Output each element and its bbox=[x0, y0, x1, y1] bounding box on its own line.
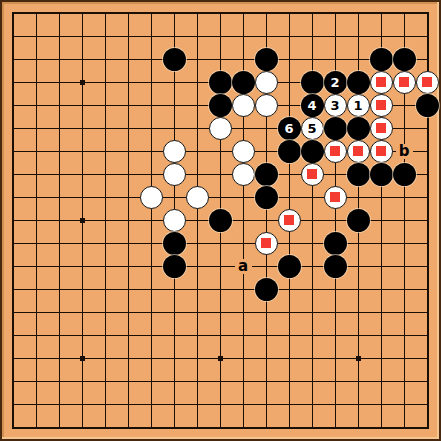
star-point bbox=[80, 218, 85, 223]
grid-horizontal-line bbox=[13, 266, 427, 267]
white-stone-c8r7 bbox=[163, 140, 186, 163]
marked-white-stone-c16r7 bbox=[347, 140, 370, 163]
black-stone-c8r12 bbox=[163, 255, 186, 278]
white-stone-c12r5 bbox=[255, 94, 278, 117]
star-point bbox=[80, 356, 85, 361]
move-2-stone-c15r4: 2 bbox=[324, 71, 347, 94]
black-stone-c18r3 bbox=[393, 48, 416, 71]
white-stone-c9r9 bbox=[186, 186, 209, 209]
black-stone-c19r5 bbox=[416, 94, 439, 117]
black-stone-c10r4 bbox=[209, 71, 232, 94]
white-stone-c11r5 bbox=[232, 94, 255, 117]
marked-white-stone-c17r4 bbox=[370, 71, 393, 94]
black-stone-c12r9 bbox=[255, 186, 278, 209]
go-board: 243165ab bbox=[0, 0, 441, 441]
star-point bbox=[356, 356, 361, 361]
red-square-mark bbox=[307, 169, 317, 179]
black-stone-c14r4 bbox=[301, 71, 324, 94]
black-stone-c15r11 bbox=[324, 232, 347, 255]
black-stone-c10r10 bbox=[209, 209, 232, 232]
red-square-mark bbox=[284, 215, 294, 225]
marked-white-stone-c15r7 bbox=[324, 140, 347, 163]
black-stone-c13r12 bbox=[278, 255, 301, 278]
black-stone-c15r12 bbox=[324, 255, 347, 278]
white-stone-c10r6 bbox=[209, 117, 232, 140]
black-stone-c10r5 bbox=[209, 94, 232, 117]
black-stone-c14r7 bbox=[301, 140, 324, 163]
star-point bbox=[218, 356, 223, 361]
red-square-mark bbox=[330, 146, 340, 156]
red-square-mark bbox=[399, 77, 409, 87]
move-4-stone-c14r5: 4 bbox=[301, 94, 324, 117]
grid-horizontal-line bbox=[13, 404, 427, 405]
marked-white-stone-c15r9 bbox=[324, 186, 347, 209]
black-stone-c17r3 bbox=[370, 48, 393, 71]
marked-white-stone-c12r11 bbox=[255, 232, 278, 255]
white-stone-c11r8 bbox=[232, 163, 255, 186]
black-stone-c12r8 bbox=[255, 163, 278, 186]
black-stone-c16r4 bbox=[347, 71, 370, 94]
move-1-stone-c16r5: 1 bbox=[347, 94, 370, 117]
grid-horizontal-line bbox=[13, 335, 427, 336]
grid-horizontal-line bbox=[13, 312, 427, 313]
grid-horizontal-line bbox=[13, 381, 427, 382]
marked-white-stone-c19r4 bbox=[416, 71, 439, 94]
red-square-mark bbox=[376, 100, 386, 110]
white-stone-c8r8 bbox=[163, 163, 186, 186]
red-square-mark bbox=[376, 123, 386, 133]
move-6-stone-c13r6: 6 bbox=[278, 117, 301, 140]
red-square-mark bbox=[376, 77, 386, 87]
red-square-mark bbox=[376, 146, 386, 156]
marked-white-stone-c17r7 bbox=[370, 140, 393, 163]
marked-white-stone-c17r6 bbox=[370, 117, 393, 140]
black-stone-c13r7 bbox=[278, 140, 301, 163]
black-stone-c12r3 bbox=[255, 48, 278, 71]
white-stone-c11r7 bbox=[232, 140, 255, 163]
board-label-b: b bbox=[396, 144, 413, 159]
marked-white-stone-c17r5 bbox=[370, 94, 393, 117]
red-square-mark bbox=[353, 146, 363, 156]
black-stone-c16r8 bbox=[347, 163, 370, 186]
black-stone-c11r4 bbox=[232, 71, 255, 94]
red-square-mark bbox=[330, 192, 340, 202]
white-stone-c7r9 bbox=[140, 186, 163, 209]
black-stone-c15r6 bbox=[324, 117, 347, 140]
black-stone-c17r8 bbox=[370, 163, 393, 186]
move-5-stone-c14r6: 5 bbox=[301, 117, 324, 140]
black-stone-c18r8 bbox=[393, 163, 416, 186]
marked-white-stone-c14r8 bbox=[301, 163, 324, 186]
black-stone-c12r13 bbox=[255, 278, 278, 301]
star-point bbox=[80, 80, 85, 85]
red-square-mark bbox=[422, 77, 432, 87]
move-3-stone-c15r5: 3 bbox=[324, 94, 347, 117]
black-stone-c16r10 bbox=[347, 209, 370, 232]
black-stone-c16r6 bbox=[347, 117, 370, 140]
board-label-a: a bbox=[235, 259, 252, 274]
black-stone-c8r3 bbox=[163, 48, 186, 71]
marked-white-stone-c13r10 bbox=[278, 209, 301, 232]
white-stone-c12r4 bbox=[255, 71, 278, 94]
black-stone-c8r11 bbox=[163, 232, 186, 255]
marked-white-stone-c18r4 bbox=[393, 71, 416, 94]
grid-horizontal-line bbox=[13, 243, 427, 244]
white-stone-c8r10 bbox=[163, 209, 186, 232]
red-square-mark bbox=[261, 238, 271, 248]
grid-horizontal-line bbox=[13, 289, 427, 290]
